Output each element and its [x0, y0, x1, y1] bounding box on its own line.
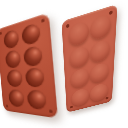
cavity-grid — [0, 12, 58, 118]
mold-cavity — [7, 69, 23, 87]
mold-dome — [90, 38, 110, 63]
silicone-mold-cavity-side — [0, 12, 58, 118]
dome-grid — [61, 4, 117, 113]
mold-cavity — [21, 23, 41, 46]
mold-dome — [70, 67, 89, 89]
mold-dome — [89, 61, 108, 84]
mold-dome — [90, 13, 111, 41]
mold-cavity — [8, 89, 24, 107]
mold-dome — [69, 44, 89, 69]
product-photo-canvas — [0, 0, 128, 128]
mold-dome — [71, 87, 89, 107]
mold-cavity — [3, 29, 19, 50]
corner-hole — [49, 109, 53, 113]
mold-cavity — [5, 49, 21, 68]
mold-cavity — [25, 68, 45, 88]
corner-hole — [6, 105, 8, 108]
mold-cavity — [23, 45, 43, 66]
mold-dome — [68, 20, 89, 47]
mold-cavity — [27, 90, 47, 110]
silicone-mold-dome-side — [61, 4, 117, 113]
